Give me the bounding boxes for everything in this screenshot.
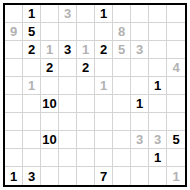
cell-r9c4[interactable] [59, 149, 77, 167]
cell-r1c9[interactable] [149, 5, 167, 23]
cell-r3c9[interactable] [149, 41, 167, 59]
cell-r7c1[interactable] [5, 113, 23, 131]
cell-r6c1[interactable] [5, 95, 23, 113]
cell-r8c5[interactable] [77, 131, 95, 149]
cell-r2c6[interactable] [95, 23, 113, 41]
cell-r5c10[interactable] [167, 77, 185, 95]
cell-r9c6[interactable] [95, 149, 113, 167]
cell-r3c2[interactable]: 2 [23, 41, 41, 59]
cell-r2c10[interactable] [167, 23, 185, 41]
cell-r5c3[interactable] [41, 77, 59, 95]
cell-r4c5[interactable]: 2 [77, 59, 95, 77]
cell-r1c8[interactable] [131, 5, 149, 23]
cell-r8c10[interactable]: 5 [167, 131, 185, 149]
cell-r10c8[interactable] [131, 167, 149, 185]
cell-r5c4[interactable] [59, 77, 77, 95]
cell-r7c6[interactable] [95, 113, 113, 131]
cell-r1c7[interactable] [113, 5, 131, 23]
cell-r5c1[interactable] [5, 77, 23, 95]
cell-r2c7[interactable]: 8 [113, 23, 131, 41]
cell-r3c4[interactable]: 3 [59, 41, 77, 59]
cell-r4c4[interactable] [59, 59, 77, 77]
cell-r1c1[interactable] [5, 5, 23, 23]
cell-r5c6[interactable]: 1 [95, 77, 113, 95]
cell-r6c9[interactable] [149, 95, 167, 113]
cell-r1c4[interactable]: 3 [59, 5, 77, 23]
cell-r1c3[interactable] [41, 5, 59, 23]
cell-r5c9[interactable]: 1 [149, 77, 167, 95]
cell-r9c2[interactable] [23, 149, 41, 167]
cell-r4c10[interactable]: 4 [167, 59, 185, 77]
cell-r9c5[interactable] [77, 149, 95, 167]
cell-r6c5[interactable] [77, 95, 95, 113]
cell-r6c8[interactable]: 1 [131, 95, 149, 113]
cell-r8c4[interactable] [59, 131, 77, 149]
cell-r8c1[interactable] [5, 131, 23, 149]
cell-r8c3[interactable]: 10 [41, 131, 59, 149]
cell-r7c2[interactable] [23, 113, 41, 131]
cell-r1c6[interactable]: 1 [95, 5, 113, 23]
cell-r10c3[interactable] [41, 167, 59, 185]
cell-r4c6[interactable] [95, 59, 113, 77]
cell-r7c7[interactable] [113, 113, 131, 131]
puzzle-grid: 13195821312532241111011033511371 [5, 5, 185, 185]
cell-r10c4[interactable] [59, 167, 77, 185]
cell-r9c10[interactable] [167, 149, 185, 167]
cell-r4c2[interactable] [23, 59, 41, 77]
cell-r7c3[interactable] [41, 113, 59, 131]
cell-r7c4[interactable] [59, 113, 77, 131]
cell-r5c5[interactable] [77, 77, 95, 95]
cell-r1c10[interactable] [167, 5, 185, 23]
cell-r4c9[interactable] [149, 59, 167, 77]
cell-r2c1[interactable]: 9 [5, 23, 23, 41]
cell-r5c8[interactable] [131, 77, 149, 95]
cell-r3c1[interactable] [5, 41, 23, 59]
cell-r8c6[interactable] [95, 131, 113, 149]
cell-r2c5[interactable] [77, 23, 95, 41]
cell-r7c10[interactable] [167, 113, 185, 131]
cell-r1c5[interactable] [77, 5, 95, 23]
cell-r2c4[interactable] [59, 23, 77, 41]
cell-r9c3[interactable] [41, 149, 59, 167]
cell-r6c3[interactable]: 10 [41, 95, 59, 113]
cell-r9c1[interactable] [5, 149, 23, 167]
cell-r8c2[interactable] [23, 131, 41, 149]
cell-r1c2[interactable]: 1 [23, 5, 41, 23]
cell-r2c8[interactable] [131, 23, 149, 41]
cell-r3c10[interactable] [167, 41, 185, 59]
cell-r3c7[interactable]: 5 [113, 41, 131, 59]
cell-r3c8[interactable]: 3 [131, 41, 149, 59]
cell-r6c2[interactable] [23, 95, 41, 113]
cell-r8c8[interactable]: 3 [131, 131, 149, 149]
cell-r6c10[interactable] [167, 95, 185, 113]
cell-r10c5[interactable] [77, 167, 95, 185]
cell-r4c8[interactable] [131, 59, 149, 77]
cell-r9c8[interactable] [131, 149, 149, 167]
cell-r3c3[interactable]: 1 [41, 41, 59, 59]
cell-r4c3[interactable]: 2 [41, 59, 59, 77]
cell-r8c9[interactable]: 3 [149, 131, 167, 149]
cell-r2c2[interactable]: 5 [23, 23, 41, 41]
puzzle-board: 13195821312532241111011033511371 [3, 3, 187, 187]
cell-r10c1[interactable]: 1 [5, 167, 23, 185]
cell-r4c7[interactable] [113, 59, 131, 77]
cell-r4c1[interactable] [5, 59, 23, 77]
cell-r10c2[interactable]: 3 [23, 167, 41, 185]
cell-r10c6[interactable]: 7 [95, 167, 113, 185]
cell-r7c5[interactable] [77, 113, 95, 131]
cell-r5c2[interactable]: 1 [23, 77, 41, 95]
cell-r10c9[interactable] [149, 167, 167, 185]
cell-r7c8[interactable] [131, 113, 149, 131]
cell-r6c6[interactable] [95, 95, 113, 113]
cell-r9c7[interactable] [113, 149, 131, 167]
cell-r2c9[interactable] [149, 23, 167, 41]
cell-r6c4[interactable] [59, 95, 77, 113]
cell-r8c7[interactable] [113, 131, 131, 149]
cell-r2c3[interactable] [41, 23, 59, 41]
cell-r7c9[interactable] [149, 113, 167, 131]
cell-r10c10[interactable]: 1 [167, 167, 185, 185]
cell-r3c5[interactable]: 1 [77, 41, 95, 59]
cell-r10c7[interactable] [113, 167, 131, 185]
cell-r9c9[interactable]: 1 [149, 149, 167, 167]
cell-r6c7[interactable] [113, 95, 131, 113]
cell-r3c6[interactable]: 2 [95, 41, 113, 59]
cell-r5c7[interactable] [113, 77, 131, 95]
